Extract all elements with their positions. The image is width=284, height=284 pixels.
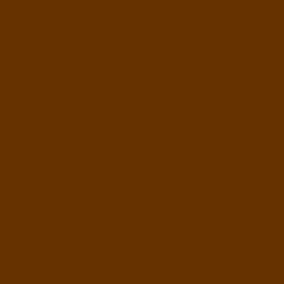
file-labels	[10, 0, 266, 10]
rank-labels	[0, 10, 10, 266]
board	[10, 10, 266, 266]
chess-diagram	[0, 0, 284, 284]
